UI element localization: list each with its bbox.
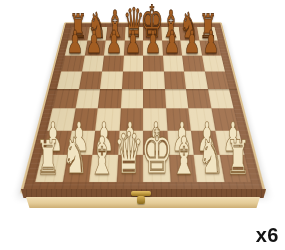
board-fold-seam [49, 89, 238, 90]
square-h6 [202, 55, 225, 71]
square-c3 [95, 109, 120, 131]
quantity-badge: x6 [256, 224, 279, 247]
square-e4 [143, 89, 166, 109]
square-e5 [143, 71, 165, 89]
product-photo-folding-chess-set: ♜♞♝♛♚♝♞♜♟♟♟♟♟♟♟♟♟♟♟♟♟♟♟♟♜♞♝♛♚♝♞♜ x6 [0, 0, 285, 250]
square-d4 [120, 89, 143, 109]
board-grid [35, 27, 250, 182]
square-f3 [166, 109, 191, 131]
square-b8 [87, 27, 107, 40]
square-h4 [208, 89, 234, 109]
square-d3 [119, 109, 143, 131]
square-b2 [67, 130, 95, 154]
square-f6 [163, 55, 184, 71]
square-c4 [98, 89, 122, 109]
square-h5 [204, 71, 229, 89]
chess-board [47, 0, 239, 204]
square-b6 [82, 55, 104, 71]
square-c6 [102, 55, 123, 71]
square-d2 [118, 130, 143, 154]
square-h8 [197, 27, 218, 40]
square-e7 [143, 41, 163, 56]
square-b4 [75, 89, 100, 109]
brass-latch-icon [129, 191, 153, 207]
square-h2 [215, 130, 245, 154]
latch-tab [137, 196, 145, 204]
square-e1 [143, 155, 170, 182]
square-h1 [219, 155, 251, 182]
square-g7 [180, 41, 201, 56]
square-g8 [179, 27, 199, 40]
square-f2 [167, 130, 194, 154]
square-f1 [168, 155, 197, 182]
square-b1 [62, 155, 92, 182]
square-f7 [162, 41, 182, 56]
square-d1 [116, 155, 143, 182]
square-d7 [123, 41, 143, 56]
square-f5 [163, 71, 186, 89]
square-c8 [106, 27, 125, 40]
square-e2 [143, 130, 168, 154]
square-f8 [161, 27, 180, 40]
square-e3 [143, 109, 167, 131]
square-b7 [84, 41, 105, 56]
square-d5 [122, 71, 144, 89]
square-h3 [211, 109, 239, 131]
square-e6 [143, 55, 163, 71]
square-h7 [199, 41, 221, 56]
square-b5 [79, 71, 103, 89]
square-c7 [104, 41, 124, 56]
square-e8 [143, 27, 162, 40]
square-c5 [100, 71, 123, 89]
square-b3 [71, 109, 97, 131]
square-d6 [123, 55, 143, 71]
square-c2 [92, 130, 119, 154]
board-frame [20, 22, 266, 193]
square-f4 [165, 89, 189, 109]
square-c1 [89, 155, 118, 182]
square-d8 [124, 27, 143, 40]
